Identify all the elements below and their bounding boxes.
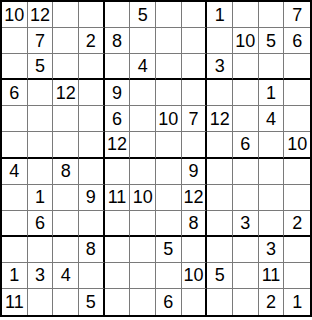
cell-given[interactable]: 9: [79, 185, 105, 211]
cell-given[interactable]: 11: [105, 185, 131, 211]
cell-empty[interactable]: [130, 289, 156, 315]
cell-empty[interactable]: [259, 185, 285, 211]
cell-empty[interactable]: [130, 80, 156, 106]
cell-empty[interactable]: [79, 54, 105, 80]
sudoku-board: 1012517728105654361291610712412610489191…: [0, 0, 312, 317]
cell-given[interactable]: 10: [130, 185, 156, 211]
cell-empty[interactable]: [207, 132, 233, 158]
cell-given[interactable]: 1: [259, 80, 285, 106]
cell-empty[interactable]: [233, 289, 259, 315]
cell-empty[interactable]: [53, 106, 79, 132]
cell-empty[interactable]: [233, 54, 259, 80]
cell-empty[interactable]: [207, 237, 233, 263]
cell-empty[interactable]: [79, 80, 105, 106]
cell-empty[interactable]: [207, 185, 233, 211]
cell-empty[interactable]: [130, 263, 156, 289]
cell-empty[interactable]: [182, 80, 208, 106]
cell-empty[interactable]: [28, 289, 54, 315]
cell-empty[interactable]: [2, 185, 28, 211]
cell-given[interactable]: 3: [259, 237, 285, 263]
cell-given[interactable]: 6: [2, 80, 28, 106]
cell-empty[interactable]: [28, 237, 54, 263]
cell-given[interactable]: 12: [53, 80, 79, 106]
cell-empty[interactable]: [207, 289, 233, 315]
cell-empty[interactable]: [53, 237, 79, 263]
cell-empty[interactable]: [2, 106, 28, 132]
cell-given[interactable]: 6: [284, 28, 310, 54]
cell-empty[interactable]: [2, 132, 28, 158]
cell-empty[interactable]: [156, 132, 182, 158]
cell-given[interactable]: 12: [182, 185, 208, 211]
cell-given[interactable]: 9: [182, 159, 208, 185]
cell-given[interactable]: 6: [156, 289, 182, 315]
cell-given[interactable]: 11: [259, 263, 285, 289]
cell-given[interactable]: 8: [105, 28, 131, 54]
cell-given[interactable]: 6: [28, 211, 54, 237]
cell-empty[interactable]: [105, 2, 131, 28]
cell-empty[interactable]: [259, 211, 285, 237]
cell-empty[interactable]: [182, 289, 208, 315]
cell-empty[interactable]: [207, 211, 233, 237]
cell-given[interactable]: 4: [2, 159, 28, 185]
cell-empty[interactable]: [156, 211, 182, 237]
cell-given[interactable]: 3: [233, 211, 259, 237]
cell-given[interactable]: 12: [105, 132, 131, 158]
cell-empty[interactable]: [156, 159, 182, 185]
cell-empty[interactable]: [284, 185, 310, 211]
cell-empty[interactable]: [233, 185, 259, 211]
cell-empty[interactable]: [284, 263, 310, 289]
cell-empty[interactable]: [182, 132, 208, 158]
cell-empty[interactable]: [130, 106, 156, 132]
cell-empty[interactable]: [28, 106, 54, 132]
cell-empty[interactable]: [130, 132, 156, 158]
cell-empty[interactable]: [182, 54, 208, 80]
cell-given[interactable]: 1: [28, 185, 54, 211]
cell-empty[interactable]: [284, 106, 310, 132]
cell-empty[interactable]: [233, 106, 259, 132]
cell-empty[interactable]: [2, 237, 28, 263]
cell-given[interactable]: 1: [207, 2, 233, 28]
cell-empty[interactable]: [207, 80, 233, 106]
cell-given[interactable]: 10: [182, 263, 208, 289]
cell-empty[interactable]: [284, 80, 310, 106]
cell-given[interactable]: 4: [53, 263, 79, 289]
cell-given[interactable]: 5: [28, 54, 54, 80]
cell-empty[interactable]: [233, 237, 259, 263]
cell-empty[interactable]: [105, 263, 131, 289]
cell-empty[interactable]: [233, 2, 259, 28]
cell-given[interactable]: 8: [53, 159, 79, 185]
cell-given[interactable]: 5: [207, 263, 233, 289]
cell-empty[interactable]: [2, 28, 28, 54]
cell-empty[interactable]: [284, 159, 310, 185]
cell-empty[interactable]: [156, 2, 182, 28]
cell-empty[interactable]: [105, 159, 131, 185]
cell-empty[interactable]: [259, 54, 285, 80]
cell-empty[interactable]: [284, 54, 310, 80]
cell-given[interactable]: 8: [182, 211, 208, 237]
cell-empty[interactable]: [130, 211, 156, 237]
cell-given[interactable]: 2: [284, 211, 310, 237]
cell-empty[interactable]: [105, 237, 131, 263]
cell-given[interactable]: 7: [28, 28, 54, 54]
cell-empty[interactable]: [53, 28, 79, 54]
cell-empty[interactable]: [182, 2, 208, 28]
cell-empty[interactable]: [233, 159, 259, 185]
cell-empty[interactable]: [79, 263, 105, 289]
cell-given[interactable]: 4: [130, 54, 156, 80]
cell-given[interactable]: 10: [156, 106, 182, 132]
cell-given[interactable]: 5: [79, 289, 105, 315]
cell-given[interactable]: 5: [259, 28, 285, 54]
cell-empty[interactable]: [130, 159, 156, 185]
cell-empty[interactable]: [259, 2, 285, 28]
cell-empty[interactable]: [130, 28, 156, 54]
cell-given[interactable]: 3: [207, 54, 233, 80]
cell-given[interactable]: 12: [207, 106, 233, 132]
cell-empty[interactable]: [105, 54, 131, 80]
cell-empty[interactable]: [79, 211, 105, 237]
cell-empty[interactable]: [28, 80, 54, 106]
cell-empty[interactable]: [53, 289, 79, 315]
cell-empty[interactable]: [156, 54, 182, 80]
cell-empty[interactable]: [53, 132, 79, 158]
cell-given[interactable]: 11: [2, 289, 28, 315]
cell-given[interactable]: 9: [105, 80, 131, 106]
cell-given[interactable]: 6: [233, 132, 259, 158]
cell-empty[interactable]: [79, 2, 105, 28]
cell-empty[interactable]: [156, 263, 182, 289]
cell-empty[interactable]: [284, 237, 310, 263]
cell-given[interactable]: 3: [28, 263, 54, 289]
cell-given[interactable]: 5: [156, 237, 182, 263]
cell-empty[interactable]: [233, 80, 259, 106]
cell-given[interactable]: 7: [182, 106, 208, 132]
cell-given[interactable]: 5: [130, 2, 156, 28]
cell-empty[interactable]: [53, 54, 79, 80]
cell-empty[interactable]: [79, 132, 105, 158]
cell-empty[interactable]: [156, 80, 182, 106]
cell-empty[interactable]: [28, 159, 54, 185]
cell-empty[interactable]: [182, 237, 208, 263]
cell-empty[interactable]: [182, 28, 208, 54]
cell-given[interactable]: 6: [105, 106, 131, 132]
cell-empty[interactable]: [259, 159, 285, 185]
cell-empty[interactable]: [53, 2, 79, 28]
cell-empty[interactable]: [207, 159, 233, 185]
cell-given[interactable]: 2: [259, 289, 285, 315]
cell-given[interactable]: 10: [233, 28, 259, 54]
cell-empty[interactable]: [233, 263, 259, 289]
cell-given[interactable]: 12: [28, 2, 54, 28]
cell-empty[interactable]: [156, 28, 182, 54]
cell-given[interactable]: 1: [284, 289, 310, 315]
cell-empty[interactable]: [53, 211, 79, 237]
cell-empty[interactable]: [207, 28, 233, 54]
cell-empty[interactable]: [156, 185, 182, 211]
cell-empty[interactable]: [79, 159, 105, 185]
cell-empty[interactable]: [79, 106, 105, 132]
cell-given[interactable]: 4: [259, 106, 285, 132]
cell-empty[interactable]: [105, 289, 131, 315]
cell-empty[interactable]: [28, 132, 54, 158]
cell-empty[interactable]: [259, 132, 285, 158]
cell-given[interactable]: 10: [2, 2, 28, 28]
cell-empty[interactable]: [105, 211, 131, 237]
cell-given[interactable]: 10: [284, 132, 310, 158]
cell-given[interactable]: 8: [79, 237, 105, 263]
cell-given[interactable]: 2: [79, 28, 105, 54]
cell-empty[interactable]: [2, 211, 28, 237]
cell-empty[interactable]: [130, 237, 156, 263]
cell-empty[interactable]: [53, 185, 79, 211]
cell-given[interactable]: 1: [2, 263, 28, 289]
cell-empty[interactable]: [2, 54, 28, 80]
cell-given[interactable]: 7: [284, 2, 310, 28]
